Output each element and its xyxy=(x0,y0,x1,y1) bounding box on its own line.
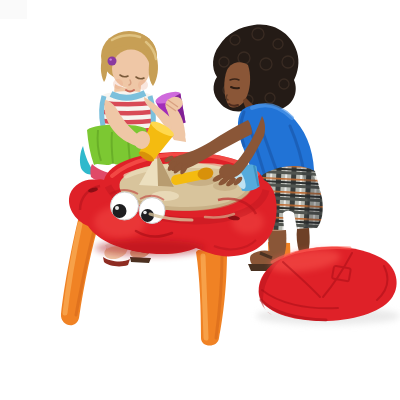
crab-sand-table-photo xyxy=(0,0,400,400)
girl-hair-clip xyxy=(108,57,117,66)
armhole-trim-left xyxy=(102,96,104,126)
sandal-sole xyxy=(130,257,151,263)
pupil-glint xyxy=(143,211,147,215)
hair-clip-glint xyxy=(110,58,112,60)
crab-lid xyxy=(256,246,400,325)
corner-artifact xyxy=(0,0,27,19)
leg-center-highlight xyxy=(203,256,206,338)
cheek-blush xyxy=(113,79,123,89)
chin-shadow xyxy=(95,240,205,256)
crab-pupil-left xyxy=(113,204,127,218)
pupil-glint xyxy=(115,206,119,210)
product-photo-stage xyxy=(0,0,400,400)
cheek-blush xyxy=(138,80,148,90)
